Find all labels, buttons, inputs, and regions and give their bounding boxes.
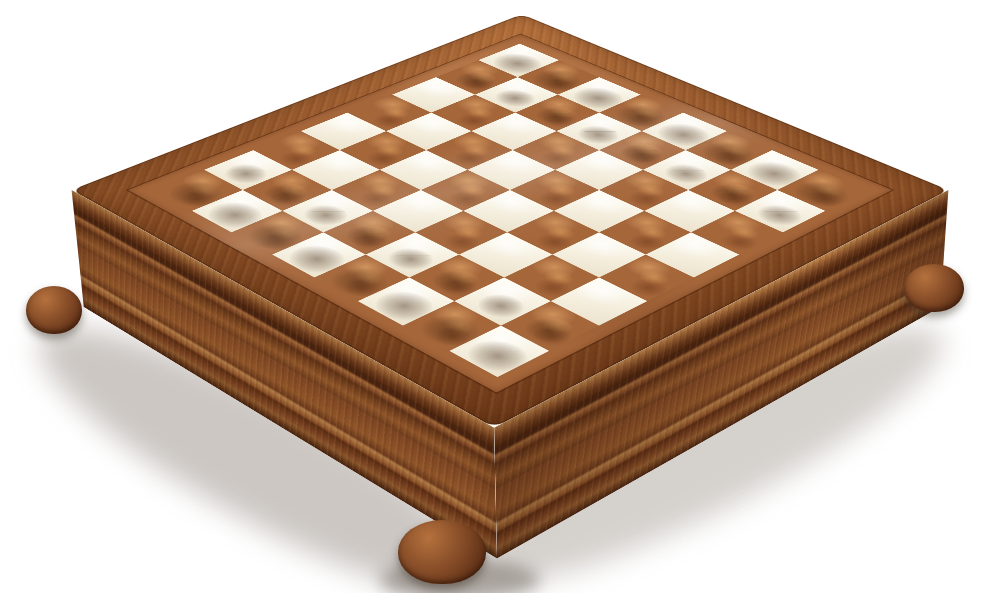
chess-cabinet: ♜♞♝♛♚♝♞♜♟♟♟♟♟♟♟♟♟♟♟♟♟♟♟♟♜♞♝♛♚♝♞♜ — [72, 14, 949, 427]
white-king-glyph: ♚ — [314, 182, 410, 284]
white-pawn-glyph: ♟ — [409, 224, 505, 284]
white-knight-glyph: ♞ — [402, 255, 501, 332]
white-bishop-glyph: ♝ — [357, 234, 454, 308]
white-rook-glyph: ♜ — [449, 288, 550, 357]
white-pawn-glyph: ♟ — [365, 202, 459, 261]
chess-set-photo: ♜♞♝♛♚♝♞♜♟♟♟♟♟♟♟♟♟♟♟♟♟♟♟♟♜♞♝♛♚♝♞♜ — [0, 0, 1000, 593]
perspective-wrapper: ♜♞♝♛♚♝♞♜♟♟♟♟♟♟♟♟♟♟♟♟♟♟♟♟♜♞♝♛♚♝♞♜ — [0, 0, 1000, 593]
bun-foot-left — [26, 286, 82, 334]
white-pawn-glyph: ♟ — [454, 247, 551, 308]
bun-foot-right — [904, 264, 964, 312]
bun-foot-near — [398, 520, 486, 584]
white-pawn-glyph: ♟ — [500, 271, 599, 333]
